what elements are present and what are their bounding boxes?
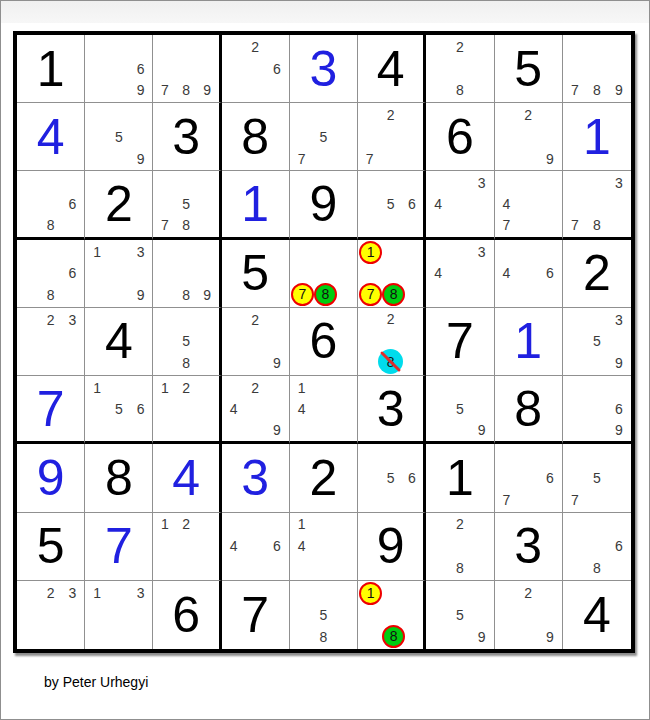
cell-r7c6[interactable]: 56 [358, 444, 426, 512]
candidate-grid: 59 [86, 104, 151, 169]
cell-r7c3[interactable]: 4 [153, 444, 221, 512]
candidate-grid: 78 [291, 241, 356, 306]
candidate-2: 2 [449, 36, 471, 58]
cell-r7c5[interactable]: 2 [290, 444, 358, 512]
candidate-grid: 18 [359, 582, 422, 648]
candidate-2: 2 [244, 36, 266, 58]
cell-r3c3[interactable]: 578 [153, 171, 221, 239]
candidate-grid: 249 [223, 377, 288, 440]
cell-r9c2[interactable]: 13 [85, 581, 153, 649]
candidate-1: 1 [86, 241, 108, 263]
given-digit: 7 [426, 308, 493, 375]
candidate-grid: 23 [18, 309, 83, 374]
candidate-grid: 29 [496, 104, 561, 169]
candidate-grid: 58 [154, 309, 217, 374]
candidate-8: 8 [382, 625, 405, 648]
cell-r1c7[interactable]: 28 [426, 35, 494, 103]
solved-digit: 7 [85, 513, 152, 580]
cell-r1c2[interactable]: 69 [85, 35, 153, 103]
candidate-2: 2 [176, 514, 197, 536]
cell-r2c4[interactable]: 8 [222, 103, 290, 171]
given-digit: 4 [85, 308, 152, 375]
candidate-1: 1 [291, 377, 313, 398]
solved-digit: 1 [222, 171, 289, 236]
candidate-9: 9 [130, 284, 152, 306]
given-digit: 8 [85, 444, 152, 511]
candidate-8: 8 [449, 79, 471, 101]
candidate-grid: 59 [427, 582, 492, 648]
cell-r2c3[interactable]: 3 [153, 103, 221, 171]
candidate-5: 5 [108, 398, 130, 419]
cell-r8c8[interactable]: 3 [495, 513, 563, 581]
candidate-7: 7 [496, 215, 518, 236]
candidate-grid: 23 [18, 582, 83, 648]
candidate-8: 8 [40, 284, 62, 306]
candidate-5: 5 [380, 194, 401, 215]
cell-r4c2[interactable]: 139 [85, 240, 153, 308]
cell-r3c2[interactable]: 2 [85, 171, 153, 239]
solved-digit: 7 [17, 376, 84, 441]
cell-r9c5[interactable]: 58 [290, 581, 358, 649]
highlight-yellow-circle: 7 [291, 283, 314, 306]
given-digit: 9 [290, 171, 357, 236]
candidate-3: 3 [471, 241, 493, 263]
candidate-1: 1 [291, 514, 313, 536]
candidate-grid: 156 [86, 377, 151, 440]
candidate-grid: 56 [359, 445, 422, 510]
candidate-2: 2 [517, 104, 539, 126]
candidate-grid: 359 [564, 309, 630, 374]
given-digit: 7 [222, 581, 289, 649]
cell-r8c6[interactable]: 9 [358, 513, 426, 581]
candidate-grid: 67 [496, 445, 561, 510]
cell-r8c9[interactable]: 68 [563, 513, 631, 581]
candidate-8: 8 [176, 215, 197, 236]
candidate-grid: 34 [427, 241, 492, 306]
candidate-6: 6 [608, 535, 630, 557]
cell-r8c1[interactable]: 5 [17, 513, 85, 581]
candidate-6: 6 [401, 194, 422, 215]
candidate-5: 5 [586, 467, 608, 489]
candidate-grid: 789 [154, 36, 217, 101]
candidate-3: 3 [130, 241, 152, 263]
cell-r5c9[interactable]: 359 [563, 308, 631, 376]
given-digit: 8 [495, 376, 562, 441]
candidate-5: 5 [586, 331, 608, 353]
cell-r1c4[interactable]: 26 [222, 35, 290, 103]
candidate-2: 2 [378, 309, 403, 329]
candidate-1: 1 [154, 377, 175, 398]
candidate-grid: 13 [86, 582, 151, 648]
candidate-5: 5 [449, 398, 471, 419]
cell-r8c5[interactable]: 14 [290, 513, 358, 581]
cell-r1c5[interactable]: 3 [290, 35, 358, 103]
sudoku-board: 1697892634285789459385727629168257819563… [13, 31, 635, 653]
given-digit: 5 [17, 513, 84, 580]
candidate-3: 3 [608, 309, 630, 331]
cell-r3c5[interactable]: 9 [290, 171, 358, 239]
credit-text: by Peter Urhegyi [44, 674, 148, 690]
cell-r2c8[interactable]: 29 [495, 103, 563, 171]
given-digit: 2 [85, 171, 152, 236]
given-digit: 4 [358, 35, 423, 102]
candidate-8: 8 [40, 215, 62, 236]
candidate-7: 7 [496, 489, 518, 511]
highlight-green-circle: 8 [382, 283, 405, 306]
candidate-5: 5 [176, 194, 197, 215]
cell-r1c3[interactable]: 789 [153, 35, 221, 103]
candidate-7: 7 [359, 283, 382, 306]
candidate-grid: 68 [564, 514, 630, 579]
candidate-8: 8 [176, 352, 197, 374]
candidate-6: 6 [266, 58, 288, 80]
candidate-8: 8 [314, 283, 337, 306]
cell-r4c6[interactable]: 178 [358, 240, 426, 308]
given-digit: 6 [153, 581, 218, 649]
cell-r3c7[interactable]: 34 [426, 171, 494, 239]
candidate-grid: 69 [564, 377, 630, 440]
given-digit: 6 [426, 103, 493, 170]
candidate-9: 9 [197, 284, 218, 306]
candidate-2: 2 [244, 377, 266, 398]
candidate-5: 5 [313, 126, 335, 148]
candidate-7: 7 [154, 79, 175, 101]
candidate-8: 8 [176, 284, 197, 306]
candidate-2: 2 [517, 582, 539, 604]
candidate-grid: 14 [291, 377, 356, 440]
candidate-4: 4 [291, 535, 313, 557]
given-digit: 5 [495, 35, 562, 102]
candidate-grid: 26 [223, 36, 288, 101]
cell-r3c9[interactable]: 378 [563, 171, 631, 239]
candidate-grid: 27 [359, 104, 422, 169]
cell-r4c3[interactable]: 89 [153, 240, 221, 308]
candidate-5: 5 [313, 604, 335, 626]
candidate-grid: 34 [427, 172, 492, 235]
solved-digit: 9 [17, 444, 84, 511]
given-digit: 3 [495, 513, 562, 580]
cell-r1c8[interactable]: 5 [495, 35, 563, 103]
candidate-2: 2 [176, 377, 197, 398]
candidate-grid: 29 [223, 309, 288, 374]
candidate-7: 7 [291, 283, 314, 306]
candidate-4: 4 [427, 194, 449, 215]
candidate-9: 9 [471, 419, 493, 440]
candidate-1: 1 [86, 582, 108, 604]
candidate-1: 1 [154, 514, 175, 536]
candidate-grid: 28 [427, 36, 492, 101]
candidate-3: 3 [130, 582, 152, 604]
candidate-7: 7 [359, 148, 380, 170]
candidate-4: 4 [496, 262, 518, 284]
candidate-4: 4 [291, 398, 313, 419]
cell-r4c5[interactable]: 78 [290, 240, 358, 308]
cell-r5c5[interactable]: 6 [290, 308, 358, 376]
candidate-9: 9 [266, 352, 288, 374]
cell-r4c1[interactable]: 68 [17, 240, 85, 308]
candidate-1: 1 [86, 377, 108, 398]
cell-r7c9[interactable]: 57 [563, 444, 631, 512]
cell-r4c9[interactable]: 2 [563, 240, 631, 308]
candidate-9: 9 [608, 419, 630, 440]
candidate-9: 9 [608, 352, 630, 374]
cell-r3c4[interactable]: 1 [222, 171, 290, 239]
solved-digit: 4 [17, 103, 84, 170]
cell-r2c7[interactable]: 6 [426, 103, 494, 171]
candidate-grid: 57 [564, 445, 630, 510]
cell-r9c4[interactable]: 7 [222, 581, 290, 649]
cell-r6c2[interactable]: 156 [85, 376, 153, 444]
candidate-7: 7 [154, 215, 175, 236]
candidate-7: 7 [291, 148, 313, 170]
candidate-8: 8 [449, 557, 471, 579]
candidate-2: 2 [449, 514, 471, 536]
candidate-3: 3 [61, 309, 83, 331]
candidate-8: 8 [378, 349, 403, 374]
candidate-4: 4 [427, 262, 449, 284]
candidate-9: 9 [539, 626, 561, 648]
candidate-grid: 28 [359, 309, 422, 374]
cell-r6c8[interactable]: 8 [495, 376, 563, 444]
cell-r1c6[interactable]: 4 [358, 35, 426, 103]
candidate-grid: 46 [496, 241, 561, 306]
given-digit: 1 [426, 444, 493, 511]
elimination-slash-mark [380, 351, 401, 372]
candidate-5: 5 [176, 331, 197, 353]
highlight-yellow-circle: 7 [359, 283, 382, 306]
candidate-3: 3 [61, 582, 83, 604]
candidate-grid: 58 [291, 582, 356, 648]
cell-r4c8[interactable]: 46 [495, 240, 563, 308]
cell-r6c6[interactable]: 3 [358, 376, 426, 444]
cell-r4c7[interactable]: 34 [426, 240, 494, 308]
candidate-3: 3 [471, 172, 493, 193]
highlight-green-circle: 8 [382, 625, 405, 648]
given-digit: 6 [290, 308, 357, 375]
cell-r1c1[interactable]: 1 [17, 35, 85, 103]
candidate-grid: 378 [564, 172, 630, 235]
candidate-2: 2 [244, 309, 266, 331]
given-digit: 9 [358, 513, 423, 580]
cell-r9c6[interactable]: 18 [358, 581, 426, 649]
candidate-8: 8 [176, 79, 197, 101]
cell-r9c7[interactable]: 59 [426, 581, 494, 649]
cell-r9c8[interactable]: 29 [495, 581, 563, 649]
cell-r5c7[interactable]: 7 [426, 308, 494, 376]
given-digit: 2 [563, 240, 631, 307]
candidate-6: 6 [401, 467, 422, 489]
given-digit: 8 [222, 103, 289, 170]
cell-r9c3[interactable]: 6 [153, 581, 221, 649]
candidate-9: 9 [130, 79, 152, 101]
candidate-grid: 14 [291, 514, 356, 579]
candidate-6: 6 [266, 535, 288, 557]
cell-r2c9[interactable]: 1 [563, 103, 631, 171]
candidate-3: 3 [608, 172, 630, 193]
candidate-8: 8 [382, 283, 405, 306]
solved-digit: 3 [290, 35, 357, 102]
highlight-yellow-circle: 1 [359, 582, 382, 605]
highlight-cyan-slash-circle: 8 [378, 349, 403, 374]
cell-r8c2[interactable]: 7 [85, 513, 153, 581]
candidate-grid: 789 [564, 36, 630, 101]
candidate-grid: 28 [427, 514, 492, 579]
cell-r4c4[interactable]: 5 [222, 240, 290, 308]
page: { "game": "sudoku", "position": "1...34.… [0, 0, 650, 720]
candidate-9: 9 [608, 79, 630, 101]
candidate-5: 5 [380, 467, 401, 489]
cell-r7c2[interactable]: 8 [85, 444, 153, 512]
candidate-grid: 68 [18, 241, 83, 306]
candidate-4: 4 [223, 535, 245, 557]
candidate-grid: 178 [359, 241, 422, 306]
candidate-9: 9 [539, 148, 561, 170]
cell-r5c3[interactable]: 58 [153, 308, 221, 376]
given-digit: 2 [290, 444, 357, 511]
candidate-5: 5 [449, 604, 471, 626]
cell-r9c1[interactable]: 23 [17, 581, 85, 649]
candidate-grid: 578 [154, 172, 217, 235]
candidate-grid: 56 [359, 172, 422, 235]
candidate-9: 9 [130, 148, 152, 170]
cell-r7c1[interactable]: 9 [17, 444, 85, 512]
candidate-grid: 59 [427, 377, 492, 440]
cell-r9c9[interactable]: 4 [563, 581, 631, 649]
candidate-grid: 47 [496, 172, 561, 235]
solved-digit: 4 [153, 444, 218, 511]
cell-r5c8[interactable]: 1 [495, 308, 563, 376]
candidate-grid: 12 [154, 377, 217, 440]
title-bar [1, 1, 649, 23]
cell-r7c7[interactable]: 1 [426, 444, 494, 512]
candidate-9: 9 [471, 626, 493, 648]
cell-r8c7[interactable]: 28 [426, 513, 494, 581]
cell-r6c1[interactable]: 7 [17, 376, 85, 444]
candidate-2: 2 [380, 104, 401, 126]
solved-digit: 3 [222, 444, 289, 511]
cell-r6c3[interactable]: 12 [153, 376, 221, 444]
cell-r6c9[interactable]: 69 [563, 376, 631, 444]
candidate-8: 8 [586, 215, 608, 236]
cell-r5c1[interactable]: 23 [17, 308, 85, 376]
candidate-grid: 12 [154, 514, 217, 579]
cell-r3c1[interactable]: 68 [17, 171, 85, 239]
cell-r5c4[interactable]: 29 [222, 308, 290, 376]
solved-digit: 1 [495, 308, 562, 375]
candidate-7: 7 [564, 489, 586, 511]
candidate-grid: 139 [86, 241, 151, 306]
solved-digit: 1 [563, 103, 631, 170]
cell-r2c6[interactable]: 27 [358, 103, 426, 171]
cell-r2c5[interactable]: 57 [290, 103, 358, 171]
cell-r2c2[interactable]: 59 [85, 103, 153, 171]
cell-r5c2[interactable]: 4 [85, 308, 153, 376]
candidate-grid: 57 [291, 104, 356, 169]
candidate-2: 2 [40, 582, 62, 604]
candidate-grid: 29 [496, 582, 561, 648]
candidate-grid: 69 [86, 36, 151, 101]
candidate-6: 6 [130, 58, 152, 80]
candidate-1: 1 [359, 241, 382, 264]
highlight-green-circle: 8 [314, 283, 337, 306]
candidate-8: 8 [586, 79, 608, 101]
candidate-6: 6 [608, 398, 630, 419]
candidate-grid: 68 [18, 172, 83, 235]
cell-r8c3[interactable]: 12 [153, 513, 221, 581]
cell-r5c6[interactable]: 28 [358, 308, 426, 376]
highlight-yellow-circle: 1 [359, 241, 382, 264]
cell-r6c7[interactable]: 59 [426, 376, 494, 444]
candidate-9: 9 [197, 79, 218, 101]
given-digit: 3 [358, 376, 423, 441]
given-digit: 3 [153, 103, 218, 170]
candidate-6: 6 [130, 398, 152, 419]
candidate-6: 6 [539, 467, 561, 489]
candidate-7: 7 [564, 215, 586, 236]
candidate-1: 1 [359, 582, 382, 605]
cell-r6c4[interactable]: 249 [222, 376, 290, 444]
candidate-9: 9 [266, 419, 288, 440]
cell-r1c9[interactable]: 789 [563, 35, 631, 103]
candidate-6: 6 [539, 262, 561, 284]
candidate-5: 5 [108, 126, 130, 148]
cell-r3c6[interactable]: 56 [358, 171, 426, 239]
candidate-6: 6 [61, 194, 83, 215]
given-digit: 1 [17, 35, 84, 102]
candidate-4: 4 [496, 194, 518, 215]
given-digit: 5 [222, 240, 289, 307]
candidate-2: 2 [40, 309, 62, 331]
given-digit: 4 [563, 581, 631, 649]
cell-r6c5[interactable]: 14 [290, 376, 358, 444]
candidate-grid: 46 [223, 514, 288, 579]
candidate-8: 8 [313, 626, 335, 648]
cell-r2c1[interactable]: 4 [17, 103, 85, 171]
candidate-8: 8 [586, 557, 608, 579]
cell-r7c8[interactable]: 67 [495, 444, 563, 512]
cell-r8c4[interactable]: 46 [222, 513, 290, 581]
candidate-4: 4 [223, 398, 245, 419]
candidate-6: 6 [61, 262, 83, 284]
candidate-grid: 89 [154, 241, 217, 306]
cell-r3c8[interactable]: 47 [495, 171, 563, 239]
cell-r7c4[interactable]: 3 [222, 444, 290, 512]
candidate-7: 7 [564, 79, 586, 101]
